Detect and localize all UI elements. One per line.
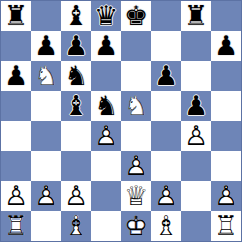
black-bishop[interactable]: ♝ bbox=[61, 1, 91, 31]
black-king[interactable]: ♚ bbox=[121, 1, 151, 31]
white-pawn[interactable]: ♟♙ bbox=[91, 121, 121, 151]
square-a2[interactable]: ♟♙ bbox=[1, 181, 31, 211]
white-bishop[interactable]: ♝♗ bbox=[151, 211, 181, 241]
square-h4[interactable] bbox=[211, 121, 241, 151]
square-e7[interactable] bbox=[121, 31, 151, 61]
square-e1[interactable]: ♚♔ bbox=[121, 211, 151, 241]
white-pawn[interactable]: ♟♙ bbox=[1, 181, 31, 211]
black-pawn[interactable]: ♟ bbox=[1, 61, 31, 91]
square-f6[interactable]: ♟ bbox=[151, 61, 181, 91]
black-bishop[interactable]: ♝ bbox=[61, 91, 91, 121]
square-h2[interactable]: ♟♙ bbox=[211, 181, 241, 211]
square-g2[interactable] bbox=[181, 181, 211, 211]
square-f1[interactable]: ♝♗ bbox=[151, 211, 181, 241]
square-a4[interactable] bbox=[1, 121, 31, 151]
square-a7[interactable] bbox=[1, 31, 31, 61]
square-g6[interactable] bbox=[181, 61, 211, 91]
square-b8[interactable] bbox=[31, 1, 61, 31]
white-knight[interactable]: ♞♘ bbox=[121, 91, 151, 121]
square-f7[interactable] bbox=[151, 31, 181, 61]
square-h6[interactable] bbox=[211, 61, 241, 91]
square-e4[interactable] bbox=[121, 121, 151, 151]
square-f8[interactable] bbox=[151, 1, 181, 31]
square-d8[interactable]: ♛ bbox=[91, 1, 121, 31]
square-c3[interactable] bbox=[61, 151, 91, 181]
black-pawn[interactable]: ♟ bbox=[91, 31, 121, 61]
square-c4[interactable] bbox=[61, 121, 91, 151]
square-g4[interactable]: ♟♙ bbox=[181, 121, 211, 151]
chessboard: ♜♝♛♚♜♟♟♟♟♟♞♘♞♟♝♞♞♘♟♟♙♟♙♟♙♟♙♟♙♟♙♛♕♟♙♟♙♜♖♝… bbox=[0, 0, 242, 242]
white-rook[interactable]: ♜♖ bbox=[1, 211, 31, 241]
black-pawn[interactable]: ♟ bbox=[181, 91, 211, 121]
square-h7[interactable]: ♟ bbox=[211, 31, 241, 61]
square-b6[interactable]: ♞♘ bbox=[31, 61, 61, 91]
square-b7[interactable]: ♟ bbox=[31, 31, 61, 61]
square-c7[interactable]: ♟ bbox=[61, 31, 91, 61]
black-pawn[interactable]: ♟ bbox=[211, 31, 241, 61]
white-pawn[interactable]: ♟♙ bbox=[151, 181, 181, 211]
square-a3[interactable] bbox=[1, 151, 31, 181]
square-h5[interactable] bbox=[211, 91, 241, 121]
square-h3[interactable] bbox=[211, 151, 241, 181]
square-g3[interactable] bbox=[181, 151, 211, 181]
square-c5[interactable]: ♝ bbox=[61, 91, 91, 121]
white-rook[interactable]: ♜♖ bbox=[211, 211, 241, 241]
square-c2[interactable]: ♟♙ bbox=[61, 181, 91, 211]
square-g7[interactable] bbox=[181, 31, 211, 61]
square-c1[interactable]: ♝♗ bbox=[61, 211, 91, 241]
white-pawn[interactable]: ♟♙ bbox=[61, 181, 91, 211]
square-f3[interactable] bbox=[151, 151, 181, 181]
square-b3[interactable] bbox=[31, 151, 61, 181]
square-h1[interactable]: ♜♖ bbox=[211, 211, 241, 241]
white-bishop[interactable]: ♝♗ bbox=[61, 211, 91, 241]
square-d1[interactable] bbox=[91, 211, 121, 241]
square-g1[interactable] bbox=[181, 211, 211, 241]
square-a8[interactable]: ♜ bbox=[1, 1, 31, 31]
square-e8[interactable]: ♚ bbox=[121, 1, 151, 31]
square-d7[interactable]: ♟ bbox=[91, 31, 121, 61]
white-pawn[interactable]: ♟♙ bbox=[31, 181, 61, 211]
white-pawn[interactable]: ♟♙ bbox=[121, 151, 151, 181]
square-b5[interactable] bbox=[31, 91, 61, 121]
black-rook[interactable]: ♜ bbox=[1, 1, 31, 31]
square-a5[interactable] bbox=[1, 91, 31, 121]
black-pawn[interactable]: ♟ bbox=[61, 31, 91, 61]
black-queen[interactable]: ♛ bbox=[91, 1, 121, 31]
square-f4[interactable] bbox=[151, 121, 181, 151]
square-d4[interactable]: ♟♙ bbox=[91, 121, 121, 151]
square-a1[interactable]: ♜♖ bbox=[1, 211, 31, 241]
square-f2[interactable]: ♟♙ bbox=[151, 181, 181, 211]
square-g8[interactable]: ♜ bbox=[181, 1, 211, 31]
black-rook[interactable]: ♜ bbox=[181, 1, 211, 31]
white-queen[interactable]: ♛♕ bbox=[121, 181, 151, 211]
square-b4[interactable] bbox=[31, 121, 61, 151]
square-h8[interactable] bbox=[211, 1, 241, 31]
square-e2[interactable]: ♛♕ bbox=[121, 181, 151, 211]
black-pawn[interactable]: ♟ bbox=[151, 61, 181, 91]
square-e3[interactable]: ♟♙ bbox=[121, 151, 151, 181]
square-c6[interactable]: ♞ bbox=[61, 61, 91, 91]
white-king[interactable]: ♚♔ bbox=[121, 211, 151, 241]
square-d5[interactable]: ♞ bbox=[91, 91, 121, 121]
square-f5[interactable] bbox=[151, 91, 181, 121]
black-knight[interactable]: ♞ bbox=[91, 91, 121, 121]
square-d3[interactable] bbox=[91, 151, 121, 181]
square-b1[interactable] bbox=[31, 211, 61, 241]
square-e6[interactable] bbox=[121, 61, 151, 91]
square-g5[interactable]: ♟ bbox=[181, 91, 211, 121]
square-b2[interactable]: ♟♙ bbox=[31, 181, 61, 211]
square-c8[interactable]: ♝ bbox=[61, 1, 91, 31]
white-knight[interactable]: ♞♘ bbox=[31, 61, 61, 91]
square-d6[interactable] bbox=[91, 61, 121, 91]
square-a6[interactable]: ♟ bbox=[1, 61, 31, 91]
white-pawn[interactable]: ♟♙ bbox=[211, 181, 241, 211]
square-e5[interactable]: ♞♘ bbox=[121, 91, 151, 121]
black-pawn[interactable]: ♟ bbox=[31, 31, 61, 61]
square-d2[interactable] bbox=[91, 181, 121, 211]
black-knight[interactable]: ♞ bbox=[61, 61, 91, 91]
white-pawn[interactable]: ♟♙ bbox=[181, 121, 211, 151]
